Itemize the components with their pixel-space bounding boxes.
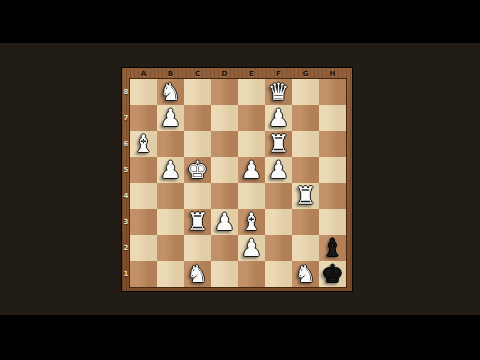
- letterbox-bottom: [0, 315, 480, 360]
- rank-label-3: 3: [122, 209, 130, 235]
- square-b3: [157, 209, 184, 235]
- square-h3: [319, 209, 346, 235]
- square-d8: [211, 79, 238, 105]
- square-b6: [157, 131, 184, 157]
- white-king-piece: ♚: [184, 157, 211, 183]
- rank-label-6: 6: [122, 131, 130, 157]
- square-b2: [157, 235, 184, 261]
- white-pawn-piece: ♟: [238, 235, 265, 261]
- square-f6: ♜: [265, 131, 292, 157]
- square-b4: [157, 183, 184, 209]
- square-c8: [184, 79, 211, 105]
- white-knight-piece: ♞: [157, 79, 184, 105]
- square-a3: [130, 209, 157, 235]
- square-b7: ♟: [157, 105, 184, 131]
- white-pawn-piece: ♟: [157, 157, 184, 183]
- white-queen-piece: ♛: [265, 79, 292, 105]
- square-b1: [157, 261, 184, 287]
- white-pawn-piece: ♟: [211, 209, 238, 235]
- square-b5: ♟: [157, 157, 184, 183]
- square-g2: [292, 235, 319, 261]
- square-h2: ♝: [319, 235, 346, 261]
- white-pawn-piece: ♟: [265, 157, 292, 183]
- square-b8: ♞: [157, 79, 184, 105]
- rank-label-1: 1: [122, 261, 130, 287]
- rank-label-2: 2: [122, 235, 130, 261]
- board-grid: ♞♛♟♟♝♜♟♚♟♟♜♜♟♝♟♝♞♞♚: [130, 79, 346, 287]
- square-f1: [265, 261, 292, 287]
- white-bishop-piece: ♝: [238, 209, 265, 235]
- square-g1: ♞: [292, 261, 319, 287]
- white-pawn-piece: ♟: [238, 157, 265, 183]
- square-f4: [265, 183, 292, 209]
- square-g5: [292, 157, 319, 183]
- square-a1: [130, 261, 157, 287]
- square-h6: [319, 131, 346, 157]
- square-a4: [130, 183, 157, 209]
- square-d1: [211, 261, 238, 287]
- square-d5: [211, 157, 238, 183]
- square-f2: [265, 235, 292, 261]
- square-g3: [292, 209, 319, 235]
- square-f7: ♟: [265, 105, 292, 131]
- white-pawn-piece: ♟: [157, 105, 184, 131]
- square-c1: ♞: [184, 261, 211, 287]
- black-bishop-piece: ♝: [319, 235, 346, 261]
- white-rook-piece: ♜: [265, 131, 292, 157]
- video-stage: ABCDEFGH 87654321 ♞♛♟♟♝♜♟♚♟♟♜♜♟♝♟♝♞♞♚: [0, 43, 480, 315]
- square-g8: [292, 79, 319, 105]
- square-c7: [184, 105, 211, 131]
- square-c3: ♜: [184, 209, 211, 235]
- white-rook-piece: ♜: [292, 183, 319, 209]
- black-king-piece: ♚: [319, 261, 346, 287]
- square-e7: [238, 105, 265, 131]
- square-g4: ♜: [292, 183, 319, 209]
- square-a6: ♝: [130, 131, 157, 157]
- square-d6: [211, 131, 238, 157]
- white-bishop-piece: ♝: [130, 131, 157, 157]
- rank-label-8: 8: [122, 79, 130, 105]
- square-d2: [211, 235, 238, 261]
- square-a7: [130, 105, 157, 131]
- square-c2: [184, 235, 211, 261]
- square-f8: ♛: [265, 79, 292, 105]
- square-d7: [211, 105, 238, 131]
- square-f3: [265, 209, 292, 235]
- square-f5: ♟: [265, 157, 292, 183]
- square-e1: [238, 261, 265, 287]
- square-a8: [130, 79, 157, 105]
- square-e3: ♝: [238, 209, 265, 235]
- square-e4: [238, 183, 265, 209]
- square-h8: [319, 79, 346, 105]
- square-e6: [238, 131, 265, 157]
- square-e8: [238, 79, 265, 105]
- rank-labels: 87654321: [122, 79, 130, 287]
- rank-label-7: 7: [122, 105, 130, 131]
- square-g7: [292, 105, 319, 131]
- square-c6: [184, 131, 211, 157]
- square-h1: ♚: [319, 261, 346, 287]
- rank-label-4: 4: [122, 183, 130, 209]
- square-a5: [130, 157, 157, 183]
- chess-board: ABCDEFGH 87654321 ♞♛♟♟♝♜♟♚♟♟♜♜♟♝♟♝♞♞♚: [121, 67, 353, 292]
- square-d4: [211, 183, 238, 209]
- square-h5: [319, 157, 346, 183]
- square-g6: [292, 131, 319, 157]
- square-c5: ♚: [184, 157, 211, 183]
- white-pawn-piece: ♟: [265, 105, 292, 131]
- square-c4: [184, 183, 211, 209]
- square-a2: [130, 235, 157, 261]
- square-d3: ♟: [211, 209, 238, 235]
- white-knight-piece: ♞: [184, 261, 211, 287]
- white-rook-piece: ♜: [184, 209, 211, 235]
- square-h7: [319, 105, 346, 131]
- square-e2: ♟: [238, 235, 265, 261]
- square-e5: ♟: [238, 157, 265, 183]
- letterbox-top: [0, 0, 480, 43]
- white-knight-piece: ♞: [292, 261, 319, 287]
- rank-label-5: 5: [122, 157, 130, 183]
- square-h4: [319, 183, 346, 209]
